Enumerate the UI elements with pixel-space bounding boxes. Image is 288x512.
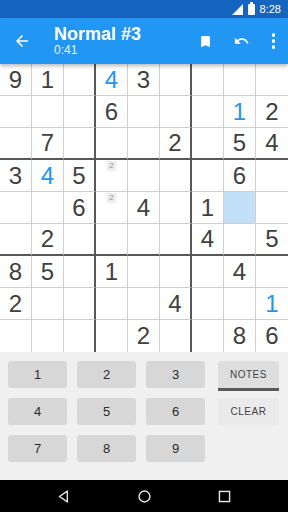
sudoku-cell[interactable]: 6 xyxy=(96,96,128,128)
note-digit xyxy=(116,203,126,213)
number-keypad: 123 NOTES 456 CLEAR 789 xyxy=(0,352,288,480)
cell-value: 8 xyxy=(233,322,246,350)
sudoku-cell[interactable]: 5 xyxy=(256,224,288,256)
sudoku-cell[interactable] xyxy=(256,64,288,96)
note-digit xyxy=(116,171,126,181)
sudoku-cell[interactable]: 2 xyxy=(160,128,192,160)
cell-value: 6 xyxy=(233,162,246,190)
cell-value: 4 xyxy=(168,290,181,318)
keypad-digit-2[interactable]: 2 xyxy=(77,361,136,388)
sudoku-cell[interactable] xyxy=(160,256,192,288)
sudoku-cell[interactable] xyxy=(64,96,96,128)
note-digit xyxy=(97,161,107,171)
sudoku-cell[interactable] xyxy=(32,192,64,224)
sudoku-cell[interactable]: 6 xyxy=(64,192,96,224)
sudoku-cell[interactable]: 4 xyxy=(192,224,224,256)
note-digit xyxy=(116,161,126,171)
sudoku-cell[interactable] xyxy=(32,320,64,352)
sudoku-cell[interactable]: 3 xyxy=(0,160,32,192)
sudoku-cell[interactable] xyxy=(64,224,96,256)
note-digit xyxy=(116,180,126,190)
nav-back-icon[interactable] xyxy=(57,489,72,504)
sudoku-cell[interactable]: 4 xyxy=(96,64,128,96)
sudoku-cell[interactable] xyxy=(0,96,32,128)
sudoku-cell[interactable]: 8 xyxy=(224,320,256,352)
cell-value: 7 xyxy=(41,129,54,157)
undo-icon[interactable] xyxy=(232,33,251,49)
sudoku-cell[interactable] xyxy=(256,160,288,192)
sudoku-cell[interactable] xyxy=(192,320,224,352)
sudoku-cell[interactable] xyxy=(160,224,192,256)
sudoku-cell[interactable] xyxy=(224,224,256,256)
sudoku-cell[interactable] xyxy=(64,128,96,160)
cell-value: 2 xyxy=(9,290,22,318)
cell-value: 2 xyxy=(265,98,278,126)
status-bar: 8:28 xyxy=(0,0,288,18)
cell-value: 2 xyxy=(41,225,54,253)
keypad-digit-1[interactable]: 1 xyxy=(8,361,67,388)
keypad-digit-4[interactable]: 4 xyxy=(8,398,67,425)
sudoku-cell[interactable] xyxy=(256,256,288,288)
cell-value: 5 xyxy=(265,225,278,253)
sudoku-cell[interactable] xyxy=(160,64,192,96)
sudoku-cell[interactable]: 4 xyxy=(32,160,64,192)
sudoku-cell[interactable] xyxy=(32,96,64,128)
nav-home-icon[interactable] xyxy=(137,489,152,504)
cell-value: 1 xyxy=(233,98,246,126)
sudoku-cell[interactable] xyxy=(192,288,224,320)
sudoku-cell[interactable]: 2 xyxy=(128,320,160,352)
app-bar: Normal #3 0:41 xyxy=(0,18,288,64)
sudoku-cell[interactable]: 5 xyxy=(224,128,256,160)
sudoku-cell[interactable] xyxy=(192,128,224,160)
sudoku-cell[interactable] xyxy=(32,288,64,320)
sudoku-cell[interactable] xyxy=(160,320,192,352)
note-digit xyxy=(97,193,107,203)
bookmark-icon[interactable] xyxy=(198,33,213,50)
sudoku-cell[interactable] xyxy=(256,192,288,224)
note-digit xyxy=(116,212,126,222)
sudoku-cell[interactable] xyxy=(128,96,160,128)
page-title: Normal #3 xyxy=(54,25,141,44)
cell-value: 3 xyxy=(137,66,150,94)
sudoku-cell[interactable] xyxy=(96,320,128,352)
note-digit xyxy=(107,171,117,181)
cell-value: 5 xyxy=(233,129,246,157)
note-digit xyxy=(97,212,107,222)
sudoku-cell[interactable]: 6 xyxy=(256,320,288,352)
cell-value: 4 xyxy=(233,258,246,286)
overflow-menu-icon[interactable] xyxy=(270,31,278,51)
keypad-digit-6[interactable]: 6 xyxy=(146,398,205,425)
sudoku-cell[interactable]: 2 xyxy=(256,96,288,128)
sudoku-cell[interactable] xyxy=(64,256,96,288)
note-digit xyxy=(97,171,107,181)
sudoku-cell[interactable] xyxy=(64,320,96,352)
cell-value: 6 xyxy=(105,98,118,126)
sudoku-cell[interactable] xyxy=(224,288,256,320)
sudoku-cell[interactable] xyxy=(64,288,96,320)
sudoku-cell[interactable] xyxy=(96,224,128,256)
sudoku-cell[interactable]: 1 xyxy=(256,288,288,320)
cell-value: 4 xyxy=(105,66,118,94)
battery-icon xyxy=(248,4,255,15)
sudoku-cell[interactable] xyxy=(160,160,192,192)
keypad-digit-8[interactable]: 8 xyxy=(77,435,136,462)
cell-value: 9 xyxy=(9,66,22,94)
sudoku-cell[interactable] xyxy=(64,64,96,96)
sudoku-cell[interactable] xyxy=(160,96,192,128)
sudoku-cell[interactable]: 1 xyxy=(96,256,128,288)
sudoku-cell[interactable]: 6 xyxy=(224,160,256,192)
sudoku-cell[interactable]: 1 xyxy=(224,96,256,128)
note-digit xyxy=(97,180,107,190)
note-digit xyxy=(116,193,126,203)
cell-value: 5 xyxy=(41,258,54,286)
android-nav-bar xyxy=(0,480,288,512)
sudoku-cell[interactable] xyxy=(128,128,160,160)
back-arrow-icon xyxy=(13,32,31,50)
sudoku-cell[interactable] xyxy=(192,96,224,128)
sudoku-cell[interactable]: 1 xyxy=(192,192,224,224)
cell-value: 1 xyxy=(201,194,214,222)
signal-icon xyxy=(232,4,243,15)
cell-value: 1 xyxy=(265,290,278,318)
keypad-row-3: 789 xyxy=(8,435,279,462)
cell-value: 2 xyxy=(168,129,181,157)
nav-recents-icon[interactable] xyxy=(217,489,232,504)
sudoku-cell[interactable] xyxy=(192,256,224,288)
notes-button[interactable]: NOTES xyxy=(218,361,279,391)
cell-value: 1 xyxy=(41,66,54,94)
note-digit: 2 xyxy=(107,193,117,203)
keypad-row-1: 123 NOTES xyxy=(8,361,279,388)
keypad-row-2: 456 CLEAR xyxy=(8,398,279,425)
sudoku-cell[interactable] xyxy=(224,192,256,224)
sudoku-cell[interactable]: 4 xyxy=(256,128,288,160)
sudoku-cell[interactable]: 4 xyxy=(128,192,160,224)
sudoku-cell[interactable]: 4 xyxy=(160,288,192,320)
sudoku-cell[interactable]: 1 xyxy=(32,64,64,96)
cell-value: 5 xyxy=(72,162,85,190)
note-digit xyxy=(107,203,117,213)
keypad-digit-3[interactable]: 3 xyxy=(146,361,205,388)
sudoku-cell[interactable] xyxy=(192,160,224,192)
sudoku-cell[interactable] xyxy=(0,320,32,352)
cell-value: 2 xyxy=(137,322,150,350)
sudoku-cell[interactable]: 2 xyxy=(96,160,128,192)
sudoku-cell[interactable] xyxy=(160,192,192,224)
sudoku-cell[interactable] xyxy=(128,224,160,256)
cell-value: 6 xyxy=(72,194,85,222)
cell-value: 4 xyxy=(201,225,214,253)
sudoku-cell[interactable]: 8 xyxy=(0,256,32,288)
back-button[interactable] xyxy=(13,32,31,50)
sudoku-cell[interactable] xyxy=(192,64,224,96)
sudoku-cell[interactable]: 3 xyxy=(128,64,160,96)
note-digit xyxy=(107,180,117,190)
cell-notes: 2 xyxy=(97,193,126,222)
sudoku-cell[interactable] xyxy=(0,128,32,160)
note-digit xyxy=(97,203,107,213)
sudoku-cell[interactable]: 7 xyxy=(32,128,64,160)
sudoku-cell[interactable]: 5 xyxy=(64,160,96,192)
sudoku-cell[interactable] xyxy=(224,64,256,96)
sudoku-cell[interactable]: 2 xyxy=(0,288,32,320)
keypad-digit-9[interactable]: 9 xyxy=(146,435,205,462)
sudoku-cell[interactable]: 2 xyxy=(96,192,128,224)
clear-button[interactable]: CLEAR xyxy=(218,398,279,425)
sudoku-cell[interactable] xyxy=(0,224,32,256)
cell-value: 4 xyxy=(265,129,278,157)
sudoku-board: 914361272543452662412458514241286 xyxy=(0,64,288,352)
sudoku-cell[interactable]: 2 xyxy=(32,224,64,256)
note-digit: 2 xyxy=(107,161,117,171)
sudoku-cell[interactable] xyxy=(128,256,160,288)
cell-value: 4 xyxy=(41,162,54,190)
sudoku-cell[interactable] xyxy=(96,288,128,320)
cell-notes: 2 xyxy=(97,161,126,190)
cell-value: 4 xyxy=(137,194,150,222)
sudoku-cell[interactable] xyxy=(128,160,160,192)
cell-value: 1 xyxy=(105,258,118,286)
note-digit xyxy=(107,212,117,222)
keypad-digit-5[interactable]: 5 xyxy=(77,398,136,425)
cell-value: 6 xyxy=(265,322,278,350)
sudoku-cell[interactable] xyxy=(128,288,160,320)
sudoku-cell[interactable] xyxy=(96,128,128,160)
sudoku-cell[interactable]: 5 xyxy=(32,256,64,288)
status-time: 8:28 xyxy=(260,0,281,18)
cell-value: 8 xyxy=(9,258,22,286)
sudoku-cell[interactable]: 9 xyxy=(0,64,32,96)
game-timer: 0:41 xyxy=(54,44,141,57)
cell-value: 3 xyxy=(9,162,22,190)
sudoku-cell[interactable] xyxy=(0,192,32,224)
sudoku-cell[interactable]: 4 xyxy=(224,256,256,288)
keypad-digit-7[interactable]: 7 xyxy=(8,435,67,462)
